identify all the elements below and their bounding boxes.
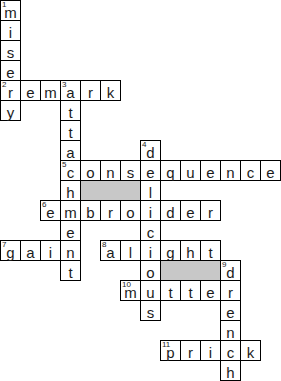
clue-number: 9 xyxy=(222,261,226,269)
grid-cell-r12c5[interactable]: 8a xyxy=(100,240,121,261)
cell-letter: n xyxy=(226,162,234,180)
clue-number: 3 xyxy=(62,81,66,89)
cell-letter: a xyxy=(66,142,74,160)
grid-cell-r1c0[interactable]: i xyxy=(0,20,21,41)
grid-cell-r3c0[interactable]: e xyxy=(0,60,21,81)
grid-cell-r14c7[interactable]: u xyxy=(140,280,161,301)
cell-letter: u xyxy=(186,162,194,180)
blocked-cells-r13c8 xyxy=(160,260,221,281)
grid-cell-r12c0[interactable]: 7g xyxy=(0,240,21,261)
grid-cell-r14c6[interactable]: 10m xyxy=(120,280,141,301)
cell-letter: k xyxy=(247,342,255,360)
cell-letter: e xyxy=(6,62,14,80)
grid-cell-r8c13[interactable]: e xyxy=(260,160,281,181)
cell-letter: d xyxy=(226,262,234,280)
grid-cell-r4c2[interactable]: m xyxy=(40,80,61,101)
grid-cell-r4c1[interactable]: e xyxy=(20,80,41,101)
grid-cell-r8c7[interactable]: e xyxy=(140,160,161,181)
grid-cell-r5c0[interactable]: y xyxy=(0,100,21,121)
grid-cell-r8c8[interactable]: q xyxy=(160,160,181,181)
cell-letter: r xyxy=(208,202,213,220)
clue-number: 5 xyxy=(62,161,66,169)
cell-letter: c xyxy=(67,162,75,180)
cell-letter: c xyxy=(247,162,255,180)
cell-letter: r xyxy=(8,82,13,100)
grid-cell-r7c3[interactable]: a xyxy=(60,140,81,161)
cell-letter: e xyxy=(46,202,54,220)
grid-cell-r10c10[interactable]: r xyxy=(200,200,221,221)
clue-number: 6 xyxy=(42,201,46,209)
grid-cell-r12c1[interactable]: a xyxy=(20,240,41,261)
cell-letter: t xyxy=(168,282,172,300)
cell-letter: y xyxy=(7,102,15,120)
grid-cell-r8c9[interactable]: u xyxy=(180,160,201,181)
cell-letter: e xyxy=(226,302,234,320)
cell-letter: d xyxy=(146,142,154,160)
cell-letter: s xyxy=(7,42,15,60)
cell-letter: g xyxy=(6,242,14,260)
cell-letter: i xyxy=(149,202,152,220)
grid-cell-r12c2[interactable]: i xyxy=(40,240,61,261)
grid-cell-r10c7[interactable]: i xyxy=(140,200,161,221)
grid-cell-r10c9[interactable]: e xyxy=(180,200,201,221)
grid-cell-r10c4[interactable]: b xyxy=(80,200,101,221)
grid-cell-r4c3[interactable]: 3a xyxy=(60,80,81,101)
clue-number: 2 xyxy=(2,81,6,89)
cell-letter: e xyxy=(206,162,214,180)
cell-letter: l xyxy=(129,242,132,260)
cell-letter: i xyxy=(149,242,152,260)
grid-cell-r15c11[interactable]: e xyxy=(220,300,241,321)
clue-number: 11 xyxy=(162,341,170,349)
grid-cell-r17c10[interactable]: i xyxy=(200,340,221,361)
grid-cell-r13c3[interactable]: t xyxy=(60,260,81,281)
cell-letter: i xyxy=(49,242,52,260)
grid-cell-r2c0[interactable]: s xyxy=(0,40,21,61)
cell-letter: e xyxy=(186,202,194,220)
grid-cell-r15c7[interactable]: s xyxy=(140,300,161,321)
cell-letter: m xyxy=(44,82,57,100)
cell-letter: k xyxy=(107,82,115,100)
cell-letter: i xyxy=(209,342,212,360)
grid-cell-r12c3[interactable]: n xyxy=(60,240,81,261)
grid-cell-r7c7[interactable]: 4d xyxy=(140,140,161,161)
grid-cell-r17c8[interactable]: 11p xyxy=(160,340,181,361)
cell-letter: h xyxy=(66,182,74,200)
grid-cell-r11c3[interactable]: e xyxy=(60,220,81,241)
cell-letter: c xyxy=(227,342,235,360)
cell-letter: t xyxy=(68,102,72,120)
grid-cell-r8c6[interactable]: s xyxy=(120,160,141,181)
cell-letter: s xyxy=(127,162,135,180)
grid-cell-r6c3[interactable]: t xyxy=(60,120,81,141)
cell-letter: t xyxy=(68,262,72,280)
cell-letter: r xyxy=(88,82,93,100)
grid-cell-r17c9[interactable]: r xyxy=(180,340,201,361)
cell-letter: m xyxy=(64,202,77,220)
grid-cell-r13c7[interactable]: o xyxy=(140,260,161,281)
clue-number: 10 xyxy=(122,281,131,289)
cell-letter: r xyxy=(228,282,233,300)
clue-number: 8 xyxy=(102,241,106,249)
grid-cell-r16c11[interactable]: n xyxy=(220,320,241,341)
cell-letter: t xyxy=(68,122,72,140)
grid-cell-r10c2[interactable]: 6e xyxy=(40,200,61,221)
grid-cell-r12c8[interactable]: g xyxy=(160,240,181,261)
cell-letter: c xyxy=(147,222,155,240)
grid-cell-r8c10[interactable]: e xyxy=(200,160,221,181)
cell-letter: n xyxy=(66,242,74,260)
cell-letter: a xyxy=(66,82,74,100)
grid-cell-r10c8[interactable]: d xyxy=(160,200,181,221)
cell-letter: a xyxy=(106,242,114,260)
cell-letter: e xyxy=(26,82,34,100)
grid-cell-r8c3[interactable]: 5c xyxy=(60,160,81,181)
grid-cell-r10c6[interactable]: o xyxy=(120,200,141,221)
grid-cell-r10c3[interactable]: m xyxy=(60,200,81,221)
clue-number: 7 xyxy=(2,241,6,249)
cell-letter: d xyxy=(166,202,174,220)
grid-cell-r13c11[interactable]: 9d xyxy=(220,260,241,281)
grid-cell-r14c11[interactable]: r xyxy=(220,280,241,301)
cell-letter: s xyxy=(147,302,155,320)
grid-cell-r9c7[interactable]: l xyxy=(140,180,161,201)
cell-letter: u xyxy=(146,282,154,300)
cell-letter: b xyxy=(86,202,94,220)
grid-cell-r4c0[interactable]: 2r xyxy=(0,80,21,101)
clue-number: 4 xyxy=(142,141,146,149)
cell-letter: e xyxy=(206,282,214,300)
grid-cell-r12c6[interactable]: l xyxy=(120,240,141,261)
grid-cell-r12c9[interactable]: h xyxy=(180,240,201,261)
cell-letter: h xyxy=(186,242,194,260)
cell-letter: q xyxy=(166,162,174,180)
grid-cell-r4c5[interactable]: k xyxy=(100,80,121,101)
cell-letter: g xyxy=(166,242,174,260)
blocked-cells-r9c4 xyxy=(80,180,141,201)
clue-number: 1 xyxy=(2,1,6,9)
cell-letter: e xyxy=(146,162,154,180)
cell-letter: e xyxy=(66,222,74,240)
cell-letter: h xyxy=(226,362,234,380)
cell-letter: o xyxy=(126,202,134,220)
cell-letter: r xyxy=(108,202,113,220)
cell-letter: n xyxy=(106,162,114,180)
cell-letter: r xyxy=(188,342,193,360)
cell-letter: l xyxy=(149,182,152,200)
cell-letter: i xyxy=(9,22,12,40)
grid-cell-r9c3[interactable]: h xyxy=(60,180,81,201)
grid-cell-r8c11[interactable]: n xyxy=(220,160,241,181)
grid-cell-r18c11[interactable]: h xyxy=(220,360,241,381)
grid-cell-r17c11[interactable]: c xyxy=(220,340,241,361)
grid-cell-r10c5[interactable]: r xyxy=(100,200,121,221)
grid-cell-r5c3[interactable]: t xyxy=(60,100,81,121)
grid-cell-r14c9[interactable]: t xyxy=(180,280,201,301)
cell-letter: t xyxy=(208,242,212,260)
grid-cell-r0c0[interactable]: 1m xyxy=(0,0,21,21)
cell-letter: o xyxy=(86,162,94,180)
cell-letter: n xyxy=(226,322,234,340)
grid-cell-r12c7[interactable]: i xyxy=(140,240,161,261)
cell-letter: t xyxy=(188,282,192,300)
cell-letter: o xyxy=(146,262,154,280)
grid-cell-r17c12[interactable]: k xyxy=(240,340,261,361)
grid-cell-r8c12[interactable]: c xyxy=(240,160,261,181)
grid-cell-r12c10[interactable]: t xyxy=(200,240,221,261)
grid-cell-r4c4[interactable]: r xyxy=(80,80,101,101)
cell-letter: e xyxy=(266,162,274,180)
grid-cell-r14c10[interactable]: e xyxy=(200,280,221,301)
grid-cell-r14c8[interactable]: t xyxy=(160,280,181,301)
grid-cell-r8c5[interactable]: n xyxy=(100,160,121,181)
grid-cell-r8c4[interactable]: o xyxy=(80,160,101,181)
cell-letter: a xyxy=(26,242,34,260)
crossword-board: 1mise2rem3arkytta4d5consequencehl6embroi… xyxy=(0,0,281,381)
grid-cell-r11c7[interactable]: c xyxy=(140,220,161,241)
